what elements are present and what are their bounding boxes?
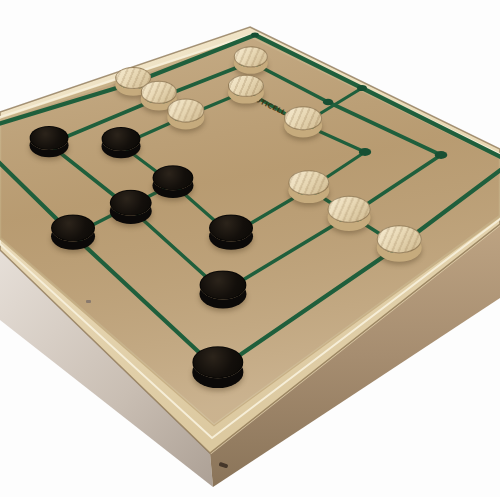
piece-light-g4[interactable] [377,225,422,253]
point-e5[interactable] [356,146,374,158]
piece-dark-c3[interactable] [102,127,141,151]
piece-light-c5[interactable] [228,74,264,96]
piece-dark-g1[interactable] [192,346,243,378]
photo-scene: BOTICELLI [0,0,500,497]
piece-light-b4[interactable] [141,81,177,104]
piece-dark-e3[interactable] [209,215,253,242]
point-d6[interactable] [319,96,337,108]
piece-dark-d1[interactable] [51,215,95,242]
piece-dark-b2[interactable] [30,126,69,150]
piece-light-d5[interactable] [284,107,322,130]
piece-dark-d2[interactable] [110,189,152,215]
point-a7[interactable] [246,29,264,41]
point-f6[interactable] [432,149,450,161]
piece-light-b6[interactable] [234,46,268,67]
piece-light-c4[interactable] [167,99,204,122]
piece-light-f4[interactable] [328,196,371,223]
piece-dark-d3[interactable] [152,165,193,190]
piece-light-e4[interactable] [288,170,329,196]
piece-dark-f2[interactable] [199,270,246,299]
pieces-layer [0,0,500,497]
point-d7[interactable] [353,82,371,94]
